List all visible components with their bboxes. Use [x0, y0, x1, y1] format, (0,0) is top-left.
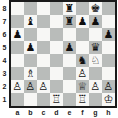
square-c6[interactable]: [37, 28, 50, 41]
rank-label-2: 2: [0, 80, 9, 93]
black-pawn-h6[interactable]: ♟: [102, 28, 115, 41]
white-rook-d1[interactable]: ♖: [50, 93, 63, 106]
square-d3[interactable]: [50, 67, 63, 80]
square-g2[interactable]: ♙: [89, 80, 102, 93]
square-f5[interactable]: [76, 41, 89, 54]
square-b8[interactable]: [24, 2, 37, 15]
white-pawn-b2[interactable]: ♙: [24, 80, 37, 93]
square-b2[interactable]: ♙: [24, 80, 37, 93]
square-g6[interactable]: [89, 28, 102, 41]
square-d2[interactable]: [50, 80, 63, 93]
square-b6[interactable]: [24, 28, 37, 41]
rank-label-8: 8: [0, 2, 9, 15]
white-rook-f1[interactable]: ♖: [76, 93, 89, 106]
square-c8[interactable]: [37, 2, 50, 15]
white-pawn-f3[interactable]: ♙: [76, 67, 89, 80]
square-a1[interactable]: [11, 93, 24, 106]
square-f3[interactable]: ♙: [76, 67, 89, 80]
square-d4[interactable]: [50, 54, 63, 67]
square-e5[interactable]: ♟: [63, 41, 76, 54]
square-c1[interactable]: [37, 93, 50, 106]
rank-label-1: 1: [0, 93, 9, 106]
square-h5[interactable]: [102, 41, 115, 54]
black-pawn-f7[interactable]: ♟: [76, 15, 89, 28]
square-h7[interactable]: [102, 15, 115, 28]
square-h6[interactable]: ♟: [102, 28, 115, 41]
rank-label-7: 7: [0, 15, 9, 28]
square-h4[interactable]: [102, 54, 115, 67]
square-f4[interactable]: ♞: [76, 54, 89, 67]
file-label-d: d: [50, 108, 63, 118]
square-e2[interactable]: [63, 80, 76, 93]
square-d5[interactable]: [50, 41, 63, 54]
black-rook-e8[interactable]: ♜: [63, 2, 76, 15]
square-e1[interactable]: [63, 93, 76, 106]
square-a5[interactable]: [11, 41, 24, 54]
file-label-f: f: [76, 108, 89, 118]
square-b5[interactable]: ♟: [24, 41, 37, 54]
file-label-b: b: [24, 108, 37, 118]
square-f2[interactable]: ♕: [76, 80, 89, 93]
black-bishop-b7[interactable]: ♝: [24, 15, 37, 28]
square-a2[interactable]: ♙: [11, 80, 24, 93]
square-e3[interactable]: [63, 67, 76, 80]
black-pawn-a6[interactable]: ♟: [11, 28, 24, 41]
square-b4[interactable]: [24, 54, 37, 67]
square-b7[interactable]: ♝: [24, 15, 37, 28]
black-pawn-e5[interactable]: ♟: [63, 41, 76, 54]
square-e4[interactable]: [63, 54, 76, 67]
square-h1[interactable]: ♔: [102, 93, 115, 106]
square-g8[interactable]: ♚: [89, 2, 102, 15]
file-label-e: e: [63, 108, 76, 118]
rank-label-3: 3: [0, 67, 9, 80]
square-c7[interactable]: [37, 15, 50, 28]
square-f1[interactable]: ♖: [76, 93, 89, 106]
white-king-h1[interactable]: ♔: [102, 93, 115, 106]
square-h3[interactable]: [102, 67, 115, 80]
square-d6[interactable]: [50, 28, 63, 41]
square-a4[interactable]: [11, 54, 24, 67]
square-a7[interactable]: [11, 15, 24, 28]
square-h2[interactable]: ♙: [102, 80, 115, 93]
white-knight-g4[interactable]: ♘: [89, 54, 102, 67]
square-e7[interactable]: ♜: [63, 15, 76, 28]
file-label-c: c: [37, 108, 50, 118]
black-pawn-b5[interactable]: ♟: [24, 41, 37, 54]
square-h8[interactable]: [102, 2, 115, 15]
white-pawn-a2[interactable]: ♙: [11, 80, 24, 93]
square-a6[interactable]: ♟: [11, 28, 24, 41]
white-queen-f2[interactable]: ♕: [76, 80, 89, 93]
rank-label-5: 5: [0, 41, 9, 54]
square-g3[interactable]: [89, 67, 102, 80]
square-b3[interactable]: ♗: [24, 67, 37, 80]
black-knight-f4[interactable]: ♞: [76, 54, 89, 67]
file-label-h: h: [102, 108, 115, 118]
white-pawn-g2[interactable]: ♙: [89, 80, 102, 93]
square-b1[interactable]: [24, 93, 37, 106]
white-bishop-b3[interactable]: ♗: [24, 67, 37, 80]
rank-labels: 8 7 6 5 4 3 2 1: [0, 0, 9, 108]
square-c3[interactable]: [37, 67, 50, 80]
square-d1[interactable]: ♖: [50, 93, 63, 106]
chess-board: ♜♚♝♜♟♟♟♟♟♟♛♞♘♗♙♙♙♙♕♙♙♖♖♔: [9, 0, 117, 108]
square-e8[interactable]: ♜: [63, 2, 76, 15]
white-pawn-h2[interactable]: ♙: [102, 80, 115, 93]
black-rook-e7[interactable]: ♜: [63, 15, 76, 28]
chess-diagram: 8 7 6 5 4 3 2 1 ♜♚♝♜♟♟♟♟♟♟♛♞♘♗♙♙♙♙♕♙♙♖♖♔…: [0, 0, 117, 118]
black-pawn-g7[interactable]: ♟: [89, 15, 102, 28]
square-c5[interactable]: [37, 41, 50, 54]
file-labels: a b c d e f g h: [9, 108, 117, 118]
square-f8[interactable]: [76, 2, 89, 15]
file-label-a: a: [11, 108, 24, 118]
square-g4[interactable]: ♘: [89, 54, 102, 67]
square-g1[interactable]: [89, 93, 102, 106]
square-c2[interactable]: ♙: [37, 80, 50, 93]
square-a3[interactable]: [11, 67, 24, 80]
black-king-g8[interactable]: ♚: [89, 2, 102, 15]
square-c4[interactable]: [37, 54, 50, 67]
file-label-g: g: [89, 108, 102, 118]
square-g7[interactable]: ♟: [89, 15, 102, 28]
square-e6[interactable]: [63, 28, 76, 41]
square-a8[interactable]: [11, 2, 24, 15]
black-queen-g5[interactable]: ♛: [89, 41, 102, 54]
square-g5[interactable]: ♛: [89, 41, 102, 54]
white-pawn-c2[interactable]: ♙: [37, 80, 50, 93]
square-d8[interactable]: [50, 2, 63, 15]
rank-label-4: 4: [0, 54, 9, 67]
square-d7[interactable]: [50, 15, 63, 28]
square-f6[interactable]: [76, 28, 89, 41]
square-f7[interactable]: ♟: [76, 15, 89, 28]
rank-label-6: 6: [0, 28, 9, 41]
